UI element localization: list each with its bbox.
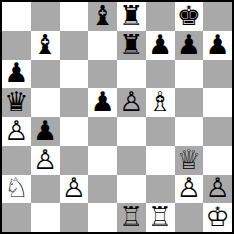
square-b2[interactable] xyxy=(31,175,60,204)
square-d5[interactable]: ♟ xyxy=(88,88,117,117)
square-a2[interactable]: ♘ xyxy=(2,175,31,204)
black-pawn-piece: ♟ xyxy=(91,88,115,115)
black-pawn-piece: ♟ xyxy=(4,60,28,87)
black-bishop-piece: ♝ xyxy=(91,2,115,29)
square-c2[interactable]: ♙ xyxy=(60,175,89,204)
square-d4[interactable] xyxy=(88,117,117,146)
white-pawn-piece: ♙ xyxy=(4,117,28,144)
square-e2[interactable] xyxy=(117,175,146,204)
square-h1[interactable]: ♔ xyxy=(203,203,232,232)
square-d8[interactable]: ♝ xyxy=(88,2,117,31)
square-g8[interactable]: ♚ xyxy=(175,2,204,31)
black-bishop-piece: ♝ xyxy=(33,31,57,58)
square-e6[interactable] xyxy=(117,60,146,89)
square-a6[interactable]: ♟ xyxy=(2,60,31,89)
black-pawn-piece: ♟ xyxy=(206,31,230,58)
black-pawn-piece: ♟ xyxy=(148,31,172,58)
white-pawn-piece: ♙ xyxy=(206,175,230,202)
black-pawn-piece: ♟ xyxy=(177,31,201,58)
black-pawn-piece: ♟ xyxy=(33,117,57,144)
square-b4[interactable]: ♟ xyxy=(31,117,60,146)
square-f3[interactable] xyxy=(146,146,175,175)
square-f1[interactable]: ♖ xyxy=(146,203,175,232)
square-a3[interactable] xyxy=(2,146,31,175)
black-king-piece: ♚ xyxy=(177,2,201,29)
white-queen-piece: ♕ xyxy=(177,146,201,173)
square-b8[interactable] xyxy=(31,2,60,31)
square-h6[interactable] xyxy=(203,60,232,89)
square-f7[interactable]: ♟ xyxy=(146,31,175,60)
black-rook-piece: ♜ xyxy=(119,31,143,58)
square-h7[interactable]: ♟ xyxy=(203,31,232,60)
square-e4[interactable] xyxy=(117,117,146,146)
square-b5[interactable] xyxy=(31,88,60,117)
white-king-piece: ♔ xyxy=(206,203,230,230)
square-h2[interactable]: ♙ xyxy=(203,175,232,204)
square-g2[interactable]: ♙ xyxy=(175,175,204,204)
square-h4[interactable] xyxy=(203,117,232,146)
square-c6[interactable] xyxy=(60,60,89,89)
square-f5[interactable]: ♗ xyxy=(146,88,175,117)
white-pawn-piece: ♙ xyxy=(33,146,57,173)
square-h5[interactable] xyxy=(203,88,232,117)
square-g4[interactable] xyxy=(175,117,204,146)
square-b7[interactable]: ♝ xyxy=(31,31,60,60)
white-pawn-piece: ♙ xyxy=(177,175,201,202)
square-g3[interactable]: ♕ xyxy=(175,146,204,175)
square-d7[interactable] xyxy=(88,31,117,60)
white-rook-piece: ♖ xyxy=(148,203,172,230)
square-c3[interactable] xyxy=(60,146,89,175)
square-a8[interactable] xyxy=(2,2,31,31)
square-f8[interactable] xyxy=(146,2,175,31)
square-d1[interactable] xyxy=(88,203,117,232)
square-a5[interactable]: ♛ xyxy=(2,88,31,117)
square-f4[interactable] xyxy=(146,117,175,146)
white-pawn-piece: ♙ xyxy=(119,88,143,115)
square-e3[interactable] xyxy=(117,146,146,175)
square-a7[interactable] xyxy=(2,31,31,60)
square-e5[interactable]: ♙ xyxy=(117,88,146,117)
square-g1[interactable] xyxy=(175,203,204,232)
black-queen-piece: ♛ xyxy=(4,88,28,115)
square-h3[interactable] xyxy=(203,146,232,175)
square-e7[interactable]: ♜ xyxy=(117,31,146,60)
square-g7[interactable]: ♟ xyxy=(175,31,204,60)
square-d6[interactable] xyxy=(88,60,117,89)
square-e8[interactable]: ♜ xyxy=(117,2,146,31)
square-d3[interactable] xyxy=(88,146,117,175)
square-f6[interactable] xyxy=(146,60,175,89)
square-h8[interactable] xyxy=(203,2,232,31)
square-c8[interactable] xyxy=(60,2,89,31)
white-knight-piece: ♘ xyxy=(4,175,28,202)
square-g5[interactable] xyxy=(175,88,204,117)
black-rook-piece: ♜ xyxy=(119,2,143,29)
square-b3[interactable]: ♙ xyxy=(31,146,60,175)
white-rook-piece: ♖ xyxy=(119,203,143,230)
square-e1[interactable]: ♖ xyxy=(117,203,146,232)
square-a4[interactable]: ♙ xyxy=(2,117,31,146)
square-g6[interactable] xyxy=(175,60,204,89)
square-c1[interactable] xyxy=(60,203,89,232)
square-a1[interactable] xyxy=(2,203,31,232)
square-b1[interactable] xyxy=(31,203,60,232)
white-pawn-piece: ♙ xyxy=(62,175,86,202)
square-b6[interactable] xyxy=(31,60,60,89)
chess-board: ♝♜♚♝♜♟♟♟♟♛♟♙♗♙♟♙♕♘♙♙♙♖♖♔ xyxy=(0,0,234,234)
square-c4[interactable] xyxy=(60,117,89,146)
chess-diagram: ♝♜♚♝♜♟♟♟♟♛♟♙♗♙♟♙♕♘♙♙♙♖♖♔ xyxy=(0,0,234,234)
square-d2[interactable] xyxy=(88,175,117,204)
square-c5[interactable] xyxy=(60,88,89,117)
square-f2[interactable] xyxy=(146,175,175,204)
square-c7[interactable] xyxy=(60,31,89,60)
white-bishop-piece: ♗ xyxy=(148,88,172,115)
